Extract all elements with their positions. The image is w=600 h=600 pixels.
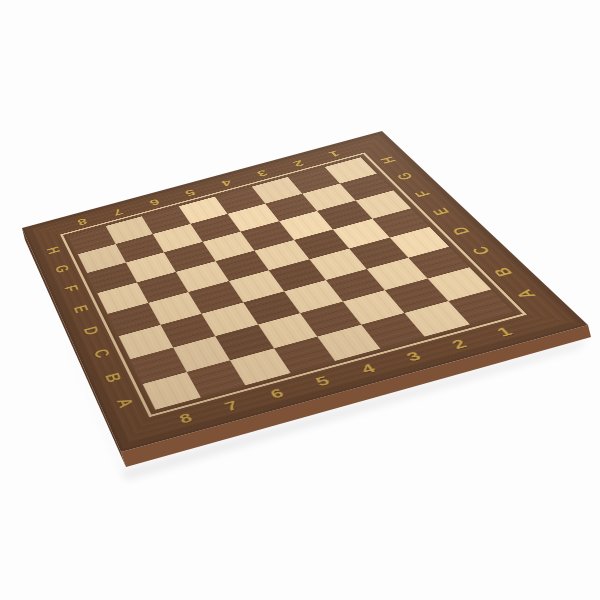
coord-upper-right-file-f: F: [411, 189, 433, 198]
coord-upper-left-rank-7: 7: [112, 207, 125, 217]
coord-lower-right-rank-4: 4: [358, 361, 378, 375]
coord-lower-left-file-d: D: [81, 325, 102, 337]
coord-lower-right-rank-2: 2: [448, 337, 469, 351]
coord-lower-left-file-c: C: [91, 347, 113, 360]
coord-lower-right-rank-8: 8: [177, 410, 195, 425]
coord-upper-left-rank-6: 6: [148, 198, 162, 208]
coord-lower-left-file-g: G: [53, 263, 73, 274]
coord-upper-left-rank-1: 1: [327, 149, 342, 158]
coord-lower-left-file-e: E: [71, 303, 92, 314]
coord-upper-right-file-d: D: [448, 225, 472, 236]
coord-upper-right-file-e: E: [429, 207, 452, 217]
coord-upper-left-rank-2: 2: [291, 159, 306, 168]
coord-lower-left-file-a: A: [114, 396, 138, 410]
coord-upper-right-file-g: G: [393, 171, 416, 181]
coord-upper-left-rank-8: 8: [76, 217, 89, 227]
coord-upper-left-rank-5: 5: [184, 188, 198, 198]
coord-lower-right-rank-5: 5: [313, 373, 332, 388]
coord-lower-right-rank-3: 3: [403, 349, 423, 363]
coord-lower-right-rank-6: 6: [267, 386, 286, 401]
coord-upper-right-file-c: C: [468, 245, 493, 257]
coord-upper-right-file-b: B: [490, 266, 516, 278]
coord-lower-left-file-f: F: [62, 283, 82, 293]
product-photo-stage: 8765432187654321HGFEDCBAHGFEDCBA: [0, 0, 600, 600]
coord-upper-left-rank-3: 3: [255, 169, 270, 178]
coord-lower-left-file-h: H: [44, 245, 63, 255]
coord-upper-right-file-a: A: [512, 288, 539, 301]
coord-lower-right-rank-7: 7: [222, 398, 240, 413]
coord-lower-right-rank-1: 1: [493, 324, 515, 338]
coord-upper-right-file-h: H: [377, 155, 399, 165]
coord-upper-left-rank-4: 4: [219, 178, 233, 188]
coord-lower-left-file-b: B: [102, 371, 125, 384]
